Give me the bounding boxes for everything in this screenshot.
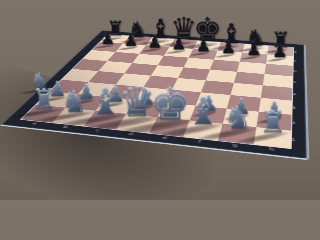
piece-shadow [139,48,163,53]
table-background: { "game": "chess", "app": { "view": "3d-… [0,0,320,200]
square-c8[interactable] [146,37,175,47]
piece-black-pawn-b7[interactable]: ♟ [112,32,150,49]
piece-shadow [156,40,198,49]
piece-black-knight-b8[interactable]: ♞ [119,19,156,41]
piece-black-pawn-g7[interactable]: ♟ [234,41,274,58]
piece-black-king-e8[interactable]: ♚ [188,14,226,46]
scene: abcdefgh12345678 ♜♞♝♛♚♝♞♜♟♟♟♟♟♟♟♟♟♟♟♟♟♟♟… [0,0,320,200]
square-g8[interactable] [242,44,268,54]
square-f6[interactable] [210,60,240,72]
piece-black-queen-d8[interactable]: ♛ [165,14,202,44]
square-d7[interactable] [164,47,193,58]
piece-shadow [97,36,125,42]
piece-black-pawn-c7[interactable]: ♟ [135,34,174,51]
piece-shadow [163,50,187,55]
square-g6[interactable] [237,62,266,74]
piece-black-pawn-f7[interactable]: ♟ [208,39,248,56]
square-f8[interactable] [218,42,245,52]
square-e6[interactable] [184,58,214,70]
square-d6[interactable] [158,56,189,68]
square-g7[interactable] [240,52,268,63]
piece-shadow [206,44,244,52]
piece-shadow [238,55,262,61]
piece-black-knight-g8[interactable]: ♞ [236,26,275,49]
piece-shadow [235,46,267,53]
piece-layer: ♜♞♝♛♚♝♞♜♟♟♟♟♟♟♟♟♟♟♟♟♟♟♟♟♜♞♝♛♚♝♞♜♞ [1,30,307,158]
piece-shadow [187,52,211,57]
piece-shadow [92,44,115,49]
square-c6[interactable] [132,54,164,65]
piece-black-pawn-a7[interactable]: ♟ [89,30,127,46]
piece-shadow [212,54,236,59]
square-e7[interactable] [189,49,218,60]
square-f7[interactable] [214,51,242,62]
piece-shadow [178,41,223,51]
square-e8[interactable] [193,41,221,51]
square-b7[interactable] [115,44,146,54]
square-b6[interactable] [107,52,139,63]
square-c7[interactable] [139,45,169,55]
piece-black-rook-h8[interactable]: ♜ [261,30,300,51]
piece-black-bishop-f8[interactable]: ♝ [212,20,250,47]
square-a6[interactable] [83,50,116,61]
rank-label-7: 7 [286,59,303,62]
square-a5[interactable] [73,59,107,71]
square-b5[interactable] [98,61,132,73]
piece-shadow [264,57,289,63]
square-a8[interactable] [100,34,130,43]
square-a7[interactable] [92,42,123,52]
rank-label-8: 8 [287,50,303,53]
piece-black-pawn-e7[interactable]: ♟ [184,37,223,54]
piece-shadow [117,37,148,43]
piece-black-bishop-c8[interactable]: ♝ [142,16,179,42]
square-d8[interactable] [169,39,197,49]
rim-labels: abcdefgh12345678 [102,30,304,44]
piece-black-pawn-d7[interactable]: ♟ [159,35,198,52]
piece-black-rook-a8[interactable]: ♜ [97,19,134,39]
rank-label-6: 6 [286,69,304,73]
square-c5[interactable] [124,63,157,76]
chess-board: abcdefgh12345678 ♜♞♝♛♚♝♞♜♟♟♟♟♟♟♟♟♟♟♟♟♟♟♟… [1,30,307,158]
piece-shadow [136,39,173,47]
piece-shadow [115,46,139,51]
square-b8[interactable] [123,36,152,45]
square-d5[interactable] [151,65,184,78]
piece-white-rook-h1[interactable]: ♜ [245,107,300,137]
